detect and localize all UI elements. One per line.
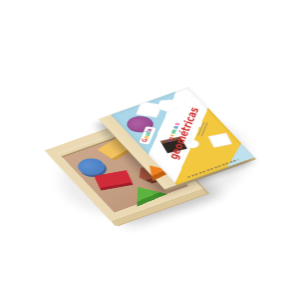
corner-blue-patch xyxy=(214,143,255,167)
product-group: Goula formas geométricas xyxy=(45,99,256,221)
cutout-square xyxy=(208,133,232,148)
edge-fine-print xyxy=(187,159,238,178)
block-blue-cylinder xyxy=(73,155,109,177)
block-red-rectangle xyxy=(94,170,132,188)
product-photo: Goula formas geométricas xyxy=(0,0,300,300)
